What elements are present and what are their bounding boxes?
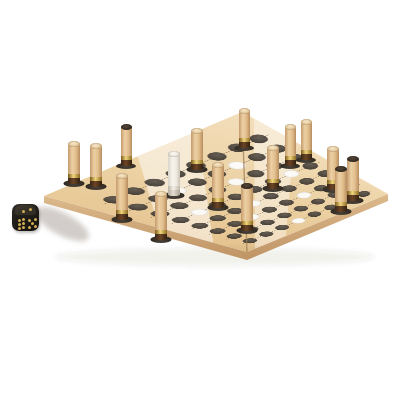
peg-natural[interactable] bbox=[116, 173, 128, 220]
peg-collar bbox=[191, 164, 203, 170]
die-pip-front_left bbox=[18, 219, 21, 222]
peg-collar bbox=[285, 160, 296, 166]
peg-cap bbox=[267, 145, 279, 151]
peg-collar bbox=[155, 234, 167, 240]
peg-cap bbox=[327, 146, 339, 152]
die-pip-front_left bbox=[22, 226, 25, 229]
die-pip-top bbox=[29, 208, 32, 211]
peg-cap bbox=[116, 173, 128, 179]
peg-collar bbox=[212, 202, 224, 208]
peg-natural[interactable] bbox=[68, 141, 80, 184]
peg-cap bbox=[335, 166, 347, 172]
die[interactable] bbox=[12, 204, 39, 231]
die-pip-front_left bbox=[18, 227, 21, 230]
peg-cap bbox=[241, 183, 253, 189]
die-pip-front_right bbox=[34, 218, 37, 221]
peg-collar bbox=[335, 206, 347, 212]
peg-collar bbox=[116, 214, 128, 220]
peg-cap bbox=[191, 128, 203, 134]
peg-cap bbox=[68, 141, 80, 147]
peg-collar bbox=[267, 183, 279, 189]
peg-collar bbox=[121, 160, 132, 166]
peg-natural[interactable] bbox=[191, 128, 203, 170]
die-pip-top bbox=[22, 210, 25, 213]
scene bbox=[0, 0, 400, 400]
peg-natural[interactable] bbox=[285, 124, 296, 166]
peg-natural[interactable] bbox=[90, 143, 102, 187]
peg-collar bbox=[168, 190, 180, 196]
peg-cap bbox=[347, 156, 359, 162]
peg-cap bbox=[301, 119, 312, 125]
peg-cap bbox=[121, 124, 132, 130]
peg-natural[interactable] bbox=[267, 145, 279, 189]
peg-dark-top[interactable] bbox=[335, 166, 347, 212]
peg-collar bbox=[301, 154, 312, 160]
peg-cap bbox=[285, 124, 296, 130]
peg-cap bbox=[168, 151, 180, 157]
die-pip-front_right bbox=[34, 225, 37, 228]
peg-dark-top[interactable] bbox=[241, 183, 253, 231]
peg-collar bbox=[90, 181, 102, 187]
peg-natural[interactable] bbox=[155, 191, 167, 240]
peg-natural[interactable] bbox=[301, 119, 312, 160]
peg-natural[interactable] bbox=[239, 108, 250, 148]
peg-dark-top[interactable] bbox=[347, 156, 359, 201]
table-shadow bbox=[55, 248, 375, 266]
die-pip-front_left bbox=[22, 218, 25, 221]
peg-cap bbox=[90, 143, 102, 149]
peg-collar bbox=[68, 178, 80, 184]
die-pip-front_left bbox=[18, 223, 21, 226]
peg-collar bbox=[347, 195, 359, 201]
peg-dark-top[interactable] bbox=[121, 124, 132, 166]
peg-cap bbox=[212, 162, 224, 168]
die-pip-front_right bbox=[28, 226, 31, 229]
die-top-face bbox=[15, 205, 36, 215]
peg-natural[interactable] bbox=[212, 162, 224, 208]
peg-collar bbox=[239, 142, 250, 148]
peg-collar bbox=[241, 225, 253, 231]
peg-cap bbox=[155, 191, 167, 197]
peg-white[interactable] bbox=[168, 151, 180, 196]
die-pip-front_left bbox=[22, 222, 25, 225]
peg-cap bbox=[239, 108, 250, 114]
